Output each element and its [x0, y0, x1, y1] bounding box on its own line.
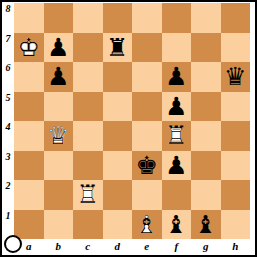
- piece-black-bishop-f1: ♝: [162, 210, 192, 240]
- file-label-b: b: [44, 240, 74, 254]
- white-to-move-indicator: [4, 235, 22, 253]
- square-h4[interactable]: [221, 121, 251, 151]
- square-d3[interactable]: [103, 151, 133, 181]
- square-g5[interactable]: [191, 92, 221, 122]
- square-f8[interactable]: [162, 3, 192, 33]
- square-b6[interactable]: ♟: [44, 62, 74, 92]
- piece-white-bishop-e1: ♗: [132, 210, 162, 240]
- square-e5[interactable]: [132, 92, 162, 122]
- square-h3[interactable]: [221, 151, 251, 181]
- square-f5[interactable]: ♟: [162, 92, 192, 122]
- piece-black-pawn-b7: ♟: [44, 33, 74, 63]
- rank-label-4: 4: [2, 121, 14, 151]
- square-b8[interactable]: [44, 3, 74, 33]
- square-a2[interactable]: [14, 180, 44, 210]
- file-label-c: c: [73, 240, 103, 254]
- square-d7[interactable]: ♜: [103, 33, 133, 63]
- square-c3[interactable]: [73, 151, 103, 181]
- square-a5[interactable]: [14, 92, 44, 122]
- square-h5[interactable]: [221, 92, 251, 122]
- piece-white-rook-f4: ♖: [162, 121, 192, 151]
- square-a6[interactable]: [14, 62, 44, 92]
- square-a7[interactable]: ♚♔: [14, 33, 44, 63]
- chess-board: ♚♔♟♜♟♟♛♟♛♕♜♖♚♟♜♖♝♗♝♝: [14, 3, 250, 239]
- square-b3[interactable]: [44, 151, 74, 181]
- square-d4[interactable]: [103, 121, 133, 151]
- square-e3[interactable]: ♚: [132, 151, 162, 181]
- square-a3[interactable]: [14, 151, 44, 181]
- square-f4[interactable]: ♜♖: [162, 121, 192, 151]
- square-a1[interactable]: [14, 210, 44, 240]
- piece-black-pawn-f6: ♟: [162, 62, 192, 92]
- square-f1[interactable]: ♝: [162, 210, 192, 240]
- piece-black-pawn-b6: ♟: [44, 62, 74, 92]
- square-c5[interactable]: [73, 92, 103, 122]
- piece-black-rook-d7: ♜: [103, 33, 133, 63]
- square-h8[interactable]: [221, 3, 251, 33]
- rank-label-6: 6: [2, 62, 14, 92]
- square-f3[interactable]: ♟: [162, 151, 192, 181]
- file-label-h: h: [221, 240, 251, 254]
- square-h7[interactable]: [221, 33, 251, 63]
- square-a4[interactable]: [14, 121, 44, 151]
- square-f2[interactable]: [162, 180, 192, 210]
- square-b2[interactable]: [44, 180, 74, 210]
- file-label-d: d: [103, 240, 133, 254]
- rank-label-5: 5: [2, 92, 14, 122]
- file-label-g: g: [191, 240, 221, 254]
- file-label-e: e: [132, 240, 162, 254]
- square-h1[interactable]: [221, 210, 251, 240]
- square-d8[interactable]: [103, 3, 133, 33]
- square-a8[interactable]: [14, 3, 44, 33]
- file-label-f: f: [162, 240, 192, 254]
- rank-label-2: 2: [2, 180, 14, 210]
- square-c7[interactable]: [73, 33, 103, 63]
- chess-diagram: ♚♔♟♜♟♟♛♟♛♕♜♖♚♟♜♖♝♗♝♝ 87654321 abcdefgh: [0, 0, 257, 257]
- square-e6[interactable]: [132, 62, 162, 92]
- piece-black-queen-h6: ♛: [221, 62, 251, 92]
- piece-white-rook-c2: ♖: [73, 180, 103, 210]
- square-h6[interactable]: ♛: [221, 62, 251, 92]
- square-b5[interactable]: [44, 92, 74, 122]
- square-d5[interactable]: [103, 92, 133, 122]
- square-c4[interactable]: [73, 121, 103, 151]
- piece-black-bishop-g1: ♝: [191, 210, 221, 240]
- square-c1[interactable]: [73, 210, 103, 240]
- square-b1[interactable]: [44, 210, 74, 240]
- square-c8[interactable]: [73, 3, 103, 33]
- square-c2[interactable]: ♜♖: [73, 180, 103, 210]
- square-e4[interactable]: [132, 121, 162, 151]
- piece-black-pawn-f3: ♟: [162, 151, 192, 181]
- square-g2[interactable]: [191, 180, 221, 210]
- square-d1[interactable]: [103, 210, 133, 240]
- square-f7[interactable]: [162, 33, 192, 63]
- square-e7[interactable]: [132, 33, 162, 63]
- rank-label-8: 8: [2, 3, 14, 33]
- square-h2[interactable]: [221, 180, 251, 210]
- square-d2[interactable]: [103, 180, 133, 210]
- square-e1[interactable]: ♝♗: [132, 210, 162, 240]
- square-f6[interactable]: ♟: [162, 62, 192, 92]
- square-g1[interactable]: ♝: [191, 210, 221, 240]
- square-c6[interactable]: [73, 62, 103, 92]
- square-d6[interactable]: [103, 62, 133, 92]
- square-e8[interactable]: [132, 3, 162, 33]
- rank-label-3: 3: [2, 151, 14, 181]
- square-g6[interactable]: [191, 62, 221, 92]
- rank-label-7: 7: [2, 33, 14, 63]
- square-b4[interactable]: ♛♕: [44, 121, 74, 151]
- square-e2[interactable]: [132, 180, 162, 210]
- square-g3[interactable]: [191, 151, 221, 181]
- piece-black-king-e3: ♚: [132, 151, 162, 181]
- piece-white-queen-b4: ♕: [44, 121, 74, 151]
- piece-white-king-a7: ♔: [14, 33, 44, 63]
- square-b7[interactable]: ♟: [44, 33, 74, 63]
- square-g8[interactable]: [191, 3, 221, 33]
- square-g4[interactable]: [191, 121, 221, 151]
- square-g7[interactable]: [191, 33, 221, 63]
- piece-black-pawn-f5: ♟: [162, 92, 192, 122]
